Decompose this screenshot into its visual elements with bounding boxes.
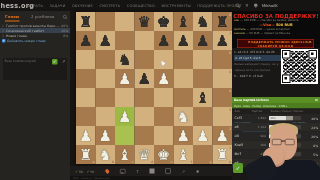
square-d1[interactable]: ♛d <box>135 145 155 164</box>
file-label: c <box>132 160 134 164</box>
black-pawn[interactable]: ♟ <box>135 69 155 88</box>
nav-menu: ИГРАТЬЗАДАЧИОБУЧЕНИЕСМОТРЕТЬСООБЩЕСТВОИН… <box>28 4 242 8</box>
file-label: d <box>151 160 153 164</box>
black-pawn[interactable]: ♟ <box>96 31 116 50</box>
white-pawn[interactable]: ♟ <box>115 107 135 126</box>
move-line[interactable]: 5… Кb4?! 6. c3 Кa6 <box>234 73 280 79</box>
black-knight[interactable]: ♞ <box>115 50 135 69</box>
donation-line-highlight: —Visa— 500 RUB <box>234 23 318 27</box>
square-g7[interactable]: ♟ <box>193 31 213 50</box>
square-e3[interactable] <box>154 107 174 126</box>
hint-text: PGN · Скачать · Поделиться <box>73 177 110 180</box>
square-g6[interactable] <box>193 50 213 69</box>
square-f2[interactable]: ♟ <box>174 126 194 145</box>
square-f5[interactable] <box>174 69 194 88</box>
comment-submit-button[interactable]: ✓ <box>52 59 58 65</box>
square-e4[interactable] <box>154 88 174 107</box>
gear-icon[interactable]: ✱ <box>196 169 199 174</box>
square-g8[interactable]: ♞ <box>193 12 213 31</box>
rank-label: 6 <box>229 51 231 55</box>
next-step-green-button[interactable]: ✓ <box>233 163 243 173</box>
rank-label: 2 <box>229 127 231 131</box>
square-c1[interactable]: ♝c <box>115 145 135 164</box>
square-g1[interactable]: g <box>193 145 213 164</box>
banner-line2: СКАНИРУЙ QR-КОД <box>238 44 314 48</box>
nav-item[interactable]: ИНСТРУМЕНТЫ <box>161 4 190 8</box>
square-f3[interactable]: ♞ <box>174 107 194 126</box>
square-h5[interactable]: 5 <box>213 69 233 88</box>
expand-icon[interactable]: ↗ <box>62 59 66 64</box>
square-a5[interactable] <box>76 69 96 88</box>
square-g3[interactable] <box>193 107 213 126</box>
black-bishop[interactable]: ♝ <box>174 12 194 31</box>
explorer-menu-icon[interactable]: ≡ <box>315 98 318 103</box>
comment-placeholder: Ваш комментарий <box>5 59 36 63</box>
toggle-black-comp[interactable]: ✓ЧК <box>86 169 94 174</box>
white-pawn[interactable]: ♟ <box>96 126 116 145</box>
black-knight[interactable]: ♞ <box>193 12 213 31</box>
square-b7[interactable]: ♟ <box>96 31 116 50</box>
square-b6[interactable] <box>96 50 116 69</box>
add-chapter-row[interactable]: +Добавить новую главу <box>0 38 70 43</box>
streamer-glasses <box>272 139 296 145</box>
square-f1[interactable]: ♝f <box>174 145 194 164</box>
white-pawn[interactable]: ♟ <box>193 126 213 145</box>
square-h7[interactable]: ♟7 <box>213 31 233 50</box>
white-pawn[interactable]: ♟ <box>154 69 174 88</box>
donation-line: зритель — 200 RUB — удачи в партии! <box>234 28 318 31</box>
right-panel: СПАСИБО ЗА ПОДДЕРЖКУ! ник — 100 RUB — сп… <box>232 11 320 180</box>
square-d4[interactable] <box>135 88 155 107</box>
square-h8[interactable]: ♜8 <box>213 12 233 31</box>
board-editor-icon[interactable] <box>166 169 171 174</box>
nav-item[interactable]: СООБЩЕСТВО <box>127 4 155 8</box>
square-e2[interactable] <box>154 126 174 145</box>
square-c4[interactable] <box>115 88 135 107</box>
square-a6[interactable] <box>76 50 96 69</box>
white-pawn[interactable]: ♟ <box>115 69 135 88</box>
nav-item[interactable]: СМОТРЕТЬ <box>99 4 120 8</box>
streamer-webcam <box>248 123 320 180</box>
black-pawn[interactable]: ♟ <box>154 31 174 50</box>
username[interactable]: MikhailK <box>262 3 278 8</box>
white-pawn[interactable]: ♟ <box>76 126 96 145</box>
square-h6[interactable]: 6 <box>213 50 233 69</box>
square-c8[interactable] <box>115 12 135 31</box>
black-pawn[interactable]: ♟ <box>76 31 96 50</box>
square-h3[interactable]: 3 <box>213 107 233 126</box>
rub-note: 1 RUB <box>303 40 311 43</box>
black-pawn[interactable]: ♟ <box>174 31 194 50</box>
qr-code <box>281 49 318 84</box>
square-e7[interactable]: ♟ <box>154 31 174 50</box>
black-pawn[interactable]: ♟ <box>193 31 213 50</box>
file-label: a <box>93 160 95 164</box>
chapter-search-icon[interactable] <box>63 15 67 19</box>
square-e8[interactable]: ♚ <box>154 12 174 31</box>
study-sidebar: Главы 2 учебника 1Гамбит против защиты К… <box>0 11 70 180</box>
move-list-panel: 1. e4 c5 2. Кf3 Кc6 3. d4 d54. e5 Сg4 5.… <box>232 48 320 94</box>
rank-label: 5 <box>229 70 231 74</box>
text-tool-icon[interactable]: Т <box>136 169 138 174</box>
square-a4[interactable] <box>76 88 96 107</box>
file-label: h <box>229 160 231 164</box>
square-b1[interactable]: ♞b <box>96 145 116 164</box>
square-d2[interactable] <box>135 126 155 145</box>
explorer-move-row[interactable]: Сxf31 84240%55% <box>232 114 320 123</box>
square-e1[interactable]: ♚e <box>154 145 174 164</box>
share-icon[interactable]: ↗ <box>182 169 185 174</box>
square-c6[interactable]: ♞ <box>115 50 135 69</box>
square-a2[interactable]: ♟ <box>76 126 96 145</box>
top-navbar: lichess.org ИГРАТЬЗАДАЧИОБУЧЕНИЕСМОТРЕТЬ… <box>0 0 320 11</box>
rank-label: 4 <box>229 89 231 93</box>
square-a8[interactable]: ♜ <box>76 12 96 31</box>
square-d3[interactable] <box>135 107 155 126</box>
square-b4[interactable] <box>96 88 116 107</box>
square-b2[interactable]: ♟ <box>96 126 116 145</box>
file-label: e <box>171 160 173 164</box>
black-bishop[interactable]: ♝ <box>193 88 213 107</box>
square-a1[interactable]: ♜a <box>76 145 96 164</box>
square-f4[interactable] <box>174 88 194 107</box>
square-b5[interactable] <box>96 69 116 88</box>
square-f8[interactable]: ♝ <box>174 12 194 31</box>
plus-icon: + <box>2 39 6 43</box>
square-g5[interactable] <box>193 69 213 88</box>
rank-label: 1 <box>229 146 231 150</box>
rank-label: 8 <box>229 13 231 17</box>
nav-item[interactable]: ЗАДАЧИ <box>50 4 66 8</box>
donation-overlay: СПАСИБО ЗА ПОДДЕРЖКУ! ник — 100 RUB — сп… <box>232 11 320 48</box>
square-h2[interactable]: ♟2 <box>213 126 233 145</box>
square-d6[interactable] <box>135 50 155 69</box>
square-c3[interactable]: ♟ <box>115 107 135 126</box>
comment-bubble-icon[interactable] <box>120 169 126 174</box>
white-pawn[interactable]: ♟ <box>174 126 194 145</box>
file-label: g <box>209 160 211 164</box>
square-g4[interactable]: ♝ <box>193 88 213 107</box>
square-f6[interactable] <box>174 50 194 69</box>
square-b8[interactable] <box>96 12 116 31</box>
square-a7[interactable]: ♟ <box>76 31 96 50</box>
flame-icon[interactable] <box>104 168 110 174</box>
square-c7[interactable] <box>115 31 135 50</box>
square-f7[interactable]: ♟ <box>174 31 194 50</box>
nav-item[interactable]: ОБУЧЕНИЕ <box>72 4 93 8</box>
white-knight[interactable]: ♞ <box>174 107 194 126</box>
challenges-icon[interactable]: × <box>245 3 249 8</box>
toggle-white-comp[interactable]: ✓ПК <box>75 169 83 174</box>
grid-icon[interactable] <box>150 169 155 174</box>
app-window: lichess.org ИГРАТЬЗАДАЧИОБУЧЕНИЕСМОТРЕТЬ… <box>0 0 320 180</box>
tab-studies[interactable]: 2 учебника <box>31 15 55 20</box>
chapter-list: 1Гамбит против защиты Каро-Канн80%2Сицил… <box>0 23 70 43</box>
black-rook[interactable]: ♜ <box>76 12 96 31</box>
square-d8[interactable]: ♛ <box>135 12 155 31</box>
bottom-hint-strip: PGN · Скачать · Поделиться <box>70 176 243 180</box>
square-d7[interactable] <box>135 31 155 50</box>
donation-line: ник — 100 RUB — спасибо за разбор дебюта <box>234 19 318 22</box>
sidebar-tabs: Главы 2 учебника <box>0 12 70 22</box>
black-queen[interactable]: ♛ <box>135 12 155 31</box>
chess-board[interactable]: ♜♛♚♝♞♜8♟♟♟♟♟♟7♞6♟♟♟5♝4♟♞3♟♟♟♟♟2♜a♞b♝c♛d♚… <box>76 12 232 164</box>
square-g2[interactable]: ♟ <box>193 126 213 145</box>
square-h1[interactable]: ♜1h <box>213 145 233 164</box>
rank-label: 7 <box>229 32 231 36</box>
file-label: b <box>112 160 114 164</box>
study-toolbar: ✓ПК ✓ЧК Т ↗ ✱ <box>70 166 243 176</box>
square-c2[interactable] <box>115 126 135 145</box>
search-icon[interactable] <box>236 4 240 8</box>
square-a3[interactable] <box>76 107 96 126</box>
square-d5[interactable]: ♟ <box>135 69 155 88</box>
rank-label: 3 <box>229 108 231 112</box>
square-e5[interactable]: ♟ <box>154 69 174 88</box>
square-c5[interactable]: ♟ <box>115 69 135 88</box>
square-b3[interactable] <box>96 107 116 126</box>
square-h4[interactable]: 4 <box>213 88 233 107</box>
black-king[interactable]: ♚ <box>154 12 174 31</box>
tab-chapters[interactable]: Главы <box>5 15 19 20</box>
notifications-bell-icon[interactable] <box>254 4 258 7</box>
donation-line: аноним — 50 RUB — привет из Минска <box>234 32 318 35</box>
comment-box[interactable]: Ваш комментарий ✓ ↗ <box>2 57 68 81</box>
nav-item[interactable]: ИГРАТЬ <box>28 4 43 8</box>
